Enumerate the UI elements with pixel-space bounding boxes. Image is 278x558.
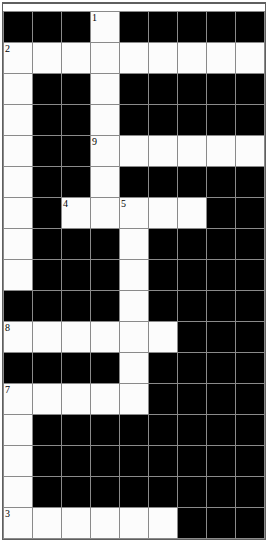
cell-r3c4[interactable]	[91, 74, 119, 104]
cell-r1c4[interactable]: 1	[91, 12, 119, 42]
cell-r3c8-block	[207, 74, 235, 104]
cell-r12c3-block	[62, 353, 90, 383]
cell-r14c3-block	[62, 415, 90, 445]
puzzle-frame: 12945873	[2, 2, 266, 540]
cell-r17c6[interactable]	[149, 508, 177, 538]
cell-r1c5-block	[120, 12, 148, 42]
cell-r5c9[interactable]	[236, 136, 264, 166]
cell-r13c1[interactable]: 7	[4, 384, 32, 414]
cell-r9c2-block	[33, 260, 61, 290]
cell-r5c3-block	[62, 136, 90, 166]
cell-r1c8-block	[207, 12, 235, 42]
cell-r7c6[interactable]	[149, 198, 177, 228]
cell-r6c3-block	[62, 167, 90, 197]
cell-r8c8-block	[207, 229, 235, 259]
cell-r12c1-block	[4, 353, 32, 383]
cell-r9c1[interactable]	[4, 260, 32, 290]
cell-r13c9-block	[236, 384, 264, 414]
cell-r16c5-block	[120, 477, 148, 507]
cell-r6c8-block	[207, 167, 235, 197]
clue-number: 5	[121, 198, 126, 209]
cell-r3c5-block	[120, 74, 148, 104]
cell-r15c4-block	[91, 446, 119, 476]
crossword-grid: 12945873	[3, 11, 265, 539]
cell-r9c5[interactable]	[120, 260, 148, 290]
cell-r15c8-block	[207, 446, 235, 476]
cell-r17c9-block	[236, 508, 264, 538]
cell-r12c2-block	[33, 353, 61, 383]
cell-r14c9-block	[236, 415, 264, 445]
cell-r5c6[interactable]	[149, 136, 177, 166]
cell-r16c2-block	[33, 477, 61, 507]
cell-r8c3-block	[62, 229, 90, 259]
cell-r8c4-block	[91, 229, 119, 259]
cell-r12c7-block	[178, 353, 206, 383]
cell-r13c2[interactable]	[33, 384, 61, 414]
cell-r14c5-block	[120, 415, 148, 445]
cell-r11c4[interactable]	[91, 322, 119, 352]
cell-r17c3[interactable]	[62, 508, 90, 538]
cell-r15c6-block	[149, 446, 177, 476]
cell-r14c8-block	[207, 415, 235, 445]
cell-r7c9-block	[236, 198, 264, 228]
cell-r9c9-block	[236, 260, 264, 290]
cell-r17c4[interactable]	[91, 508, 119, 538]
cell-r17c5[interactable]	[120, 508, 148, 538]
cell-r17c8-block	[207, 508, 235, 538]
cell-r9c4-block	[91, 260, 119, 290]
cell-r13c3[interactable]	[62, 384, 90, 414]
cell-r13c6-block	[149, 384, 177, 414]
cell-r11c3[interactable]	[62, 322, 90, 352]
cell-r7c1[interactable]	[4, 198, 32, 228]
cell-r11c1[interactable]: 8	[4, 322, 32, 352]
clue-number: 1	[92, 12, 97, 23]
cell-r16c3-block	[62, 477, 90, 507]
cell-r2c5[interactable]	[120, 43, 148, 73]
cell-r9c8-block	[207, 260, 235, 290]
cell-r7c3[interactable]: 4	[62, 198, 90, 228]
cell-r12c4-block	[91, 353, 119, 383]
cell-r15c7-block	[178, 446, 206, 476]
cell-r4c3-block	[62, 105, 90, 135]
cell-r12c8-block	[207, 353, 235, 383]
cell-r14c6-block	[149, 415, 177, 445]
cell-r8c1[interactable]	[4, 229, 32, 259]
cell-r17c2[interactable]	[33, 508, 61, 538]
cell-r2c7[interactable]	[178, 43, 206, 73]
cell-r7c7[interactable]	[178, 198, 206, 228]
cell-r6c4[interactable]	[91, 167, 119, 197]
cell-r7c5[interactable]: 5	[120, 198, 148, 228]
cell-r5c7[interactable]	[178, 136, 206, 166]
cell-r6c6-block	[149, 167, 177, 197]
cell-r11c6[interactable]	[149, 322, 177, 352]
cell-r3c3-block	[62, 74, 90, 104]
cell-r13c4[interactable]	[91, 384, 119, 414]
cell-r5c2-block	[33, 136, 61, 166]
cell-r12c9-block	[236, 353, 264, 383]
cell-r3c6-block	[149, 74, 177, 104]
cell-r5c5[interactable]	[120, 136, 148, 166]
cell-r11c7-block	[178, 322, 206, 352]
cell-r16c7-block	[178, 477, 206, 507]
clue-number: 4	[63, 198, 68, 209]
cell-r1c6-block	[149, 12, 177, 42]
cell-r15c5-block	[120, 446, 148, 476]
cell-r2c6[interactable]	[149, 43, 177, 73]
cell-r14c2-block	[33, 415, 61, 445]
cell-r1c7-block	[178, 12, 206, 42]
cell-r12c6-block	[149, 353, 177, 383]
cell-r10c9-block	[236, 291, 264, 321]
cell-r16c6-block	[149, 477, 177, 507]
cell-r4c8-block	[207, 105, 235, 135]
cell-r15c1[interactable]	[4, 446, 32, 476]
cell-r2c9[interactable]	[236, 43, 264, 73]
cell-r11c2[interactable]	[33, 322, 61, 352]
cell-r2c3[interactable]	[62, 43, 90, 73]
cell-r2c8[interactable]	[207, 43, 235, 73]
cell-r9c6-block	[149, 260, 177, 290]
cell-r6c7-block	[178, 167, 206, 197]
cell-r5c4[interactable]: 9	[91, 136, 119, 166]
cell-r6c5-block	[120, 167, 148, 197]
cell-r3c2-block	[33, 74, 61, 104]
cell-r8c2-block	[33, 229, 61, 259]
cell-r11c9-block	[236, 322, 264, 352]
clue-number: 9	[92, 136, 97, 147]
cell-r1c1-block	[4, 12, 32, 42]
clue-number: 8	[5, 322, 10, 333]
crossword-page: 12945873	[0, 0, 278, 558]
cell-r12c5[interactable]	[120, 353, 148, 383]
cell-r15c2-block	[33, 446, 61, 476]
cell-r10c2-block	[33, 291, 61, 321]
clue-number: 3	[5, 508, 10, 519]
cell-r14c7-block	[178, 415, 206, 445]
cell-r1c2-block	[33, 12, 61, 42]
clue-number: 2	[5, 43, 10, 54]
clue-number: 7	[5, 384, 10, 395]
cell-r4c5-block	[120, 105, 148, 135]
cell-r17c7-block	[178, 508, 206, 538]
cell-r6c2-block	[33, 167, 61, 197]
cell-r11c8-block	[207, 322, 235, 352]
cell-r4c1[interactable]	[4, 105, 32, 135]
cell-r3c7-block	[178, 74, 206, 104]
cell-r4c6-block	[149, 105, 177, 135]
cell-r10c6-block	[149, 291, 177, 321]
cell-r8c7-block	[178, 229, 206, 259]
cell-r14c4-block	[91, 415, 119, 445]
cell-r7c2-block	[33, 198, 61, 228]
cell-r8c6-block	[149, 229, 177, 259]
cell-r8c5[interactable]	[120, 229, 148, 259]
cell-r6c1[interactable]	[4, 167, 32, 197]
cell-r15c9-block	[236, 446, 264, 476]
cell-r5c8[interactable]	[207, 136, 235, 166]
cell-r2c2[interactable]	[33, 43, 61, 73]
cell-r1c3-block	[62, 12, 90, 42]
cell-r2c4[interactable]	[91, 43, 119, 73]
cell-r7c4[interactable]	[91, 198, 119, 228]
cell-r4c9-block	[236, 105, 264, 135]
cell-r10c3-block	[62, 291, 90, 321]
cell-r2c1[interactable]: 2	[4, 43, 32, 73]
cell-r16c4-block	[91, 477, 119, 507]
cell-r10c4-block	[91, 291, 119, 321]
cell-r7c8-block	[207, 198, 235, 228]
cell-r9c3-block	[62, 260, 90, 290]
cell-r13c7-block	[178, 384, 206, 414]
cell-r10c8-block	[207, 291, 235, 321]
cell-r13c8-block	[207, 384, 235, 414]
cell-r4c2-block	[33, 105, 61, 135]
cell-r10c1-block	[4, 291, 32, 321]
cell-r8c9-block	[236, 229, 264, 259]
cell-r5c1[interactable]	[4, 136, 32, 166]
cell-r16c1[interactable]	[4, 477, 32, 507]
cell-r9c7-block	[178, 260, 206, 290]
cell-r11c5[interactable]	[120, 322, 148, 352]
cell-r1c9-block	[236, 12, 264, 42]
cell-r4c4[interactable]	[91, 105, 119, 135]
cell-r4c7-block	[178, 105, 206, 135]
cell-r10c7-block	[178, 291, 206, 321]
cell-r10c5[interactable]	[120, 291, 148, 321]
cell-r3c9-block	[236, 74, 264, 104]
cell-r14c1[interactable]	[4, 415, 32, 445]
cell-r16c9-block	[236, 477, 264, 507]
cell-r15c3-block	[62, 446, 90, 476]
cell-r6c9-block	[236, 167, 264, 197]
cell-r3c1[interactable]	[4, 74, 32, 104]
cell-r13c5[interactable]	[120, 384, 148, 414]
cell-r16c8-block	[207, 477, 235, 507]
cell-r17c1[interactable]: 3	[4, 508, 32, 538]
